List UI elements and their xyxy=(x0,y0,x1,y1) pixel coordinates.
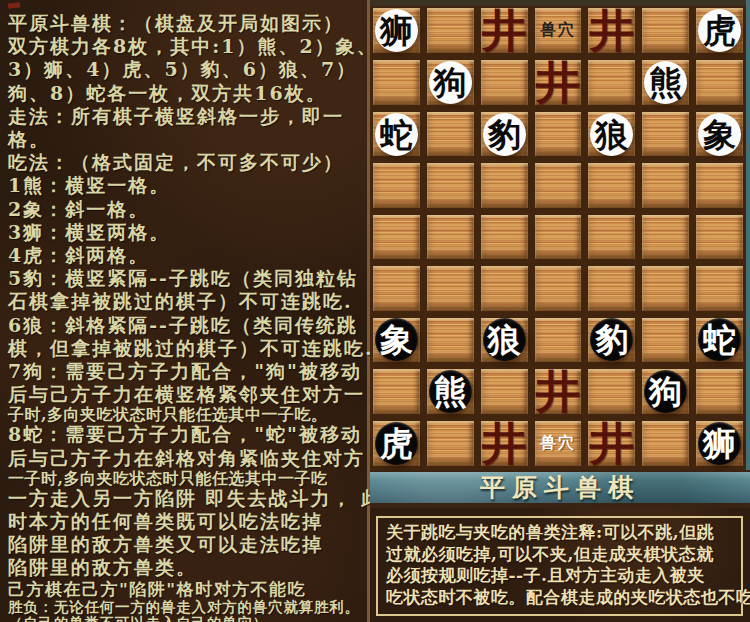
cell-r2c7[interactable] xyxy=(696,60,743,105)
cell-r2c5[interactable] xyxy=(588,60,635,105)
rules-line-27: 胜负：无论任何一方的兽走入对方的兽穴就算胜利。 xyxy=(8,599,365,615)
rules-line-12: 5豹：横竖紧隔--子跳吃（类同独粒钻 xyxy=(8,267,365,290)
rules-line-21: 一子时,多向夹吃状态时只能任选其中一子吃 xyxy=(8,470,365,487)
cell-r3c7[interactable]: 象 xyxy=(696,112,743,156)
cell-r1c3[interactable]: 井 xyxy=(481,8,528,53)
cell-r8c4[interactable]: 井 xyxy=(535,369,582,414)
rules-line-26: 己方棋在己方"陷阱"格时对方不能吃 xyxy=(8,580,365,600)
cell-r1c5[interactable]: 井 xyxy=(588,8,635,53)
piece-white-豹[interactable]: 豹 xyxy=(483,113,526,156)
rules-line-9: 2象：斜一格。 xyxy=(8,198,365,221)
board-title-band: 平原斗兽棋 xyxy=(370,470,750,508)
corner-mark xyxy=(8,2,21,9)
rules-line-11: 4虎：斜两格。 xyxy=(8,244,365,267)
cell-r7c5[interactable]: 豹 xyxy=(588,318,635,362)
piece-black-狗[interactable]: 狗 xyxy=(644,370,687,413)
note-line-3: 必须按规则吃掉--子.且对方主动走入被夹 xyxy=(386,565,733,587)
piece-black-蛇[interactable]: 蛇 xyxy=(698,318,741,361)
piece-white-狮[interactable]: 狮 xyxy=(375,9,418,52)
rules-line-25: 陷阱里的敌方兽类。 xyxy=(8,556,365,579)
rules-line-13: 石棋拿掉被跳过的棋子）不可连跳吃. xyxy=(8,290,365,313)
cell-r2c1[interactable] xyxy=(373,60,420,105)
cell-r3c2[interactable] xyxy=(427,112,474,156)
rules-line-14: 6狼：斜格紧隔--子跳吃（类同传统跳 xyxy=(8,314,365,337)
cell-r1c6[interactable] xyxy=(642,8,689,53)
cell-r8c3[interactable] xyxy=(481,369,528,414)
cell-r3c5[interactable]: 狼 xyxy=(588,112,635,156)
rules-line-5: 走法：所有棋子横竖斜格一步，即一 xyxy=(8,105,365,128)
cell-r9c7[interactable]: 狮 xyxy=(696,421,743,466)
note-panel: 关于跳吃与夹吃的兽类注释:可以不跳,但跳过就必须吃掉,可以不夹,但走成夹棋状态就… xyxy=(370,508,750,622)
rules-line-23: 时本方的任何兽类既可以吃法吃掉 xyxy=(8,510,365,533)
piece-black-狼[interactable]: 狼 xyxy=(483,318,526,361)
rules-line-3: 3）狮、4）虎、5）豹、6）狼、7） xyxy=(8,58,365,81)
cell-r4c1[interactable] xyxy=(373,163,420,207)
rules-line-24: 陷阱里的敌方兽类又可以走法吃掉 xyxy=(8,533,365,556)
den-top-label: 兽穴 xyxy=(540,20,576,41)
cell-r7c1[interactable]: 象 xyxy=(373,318,420,362)
cell-r7c2[interactable] xyxy=(427,318,474,362)
note-line-4: 吃状态时不被吃。配合棋走成的夹吃状态也不吃. xyxy=(386,587,733,609)
cell-r2c6[interactable]: 熊 xyxy=(642,60,689,105)
piece-black-熊[interactable]: 熊 xyxy=(429,370,472,413)
cell-r5c2[interactable] xyxy=(427,215,474,259)
piece-black-虎[interactable]: 虎 xyxy=(375,422,418,465)
note-box: 关于跳吃与夹吃的兽类注释:可以不跳,但跳过就必须吃掉,可以不夹,但走成夹棋状态就… xyxy=(376,516,743,616)
rules-line-6: 格。 xyxy=(8,128,365,151)
piece-white-狼[interactable]: 狼 xyxy=(590,113,633,156)
cell-r4c4[interactable] xyxy=(535,163,582,207)
piece-white-虎[interactable]: 虎 xyxy=(698,9,741,52)
cell-r5c1[interactable] xyxy=(373,215,420,259)
cell-r1c1[interactable]: 狮 xyxy=(373,8,420,53)
cell-r9c5[interactable]: 井 xyxy=(588,421,635,466)
cell-r5c5[interactable] xyxy=(588,215,635,259)
cell-r2c2[interactable]: 狗 xyxy=(427,60,474,105)
cell-r9c6[interactable] xyxy=(642,421,689,466)
cell-r3c1[interactable]: 蛇 xyxy=(373,112,420,156)
cell-r4c7[interactable] xyxy=(696,163,743,207)
rules-line-28: （自己的兽类不可以走入自己的兽穴）。 xyxy=(8,615,365,622)
trap-marker: 井 xyxy=(589,421,634,466)
rules-line-16: 7狗：需要己方子力配合，"狗"被移动 xyxy=(8,360,365,383)
rules-line-10: 3狮：横竖两格。 xyxy=(8,221,365,244)
cell-r6c1[interactable] xyxy=(373,266,420,310)
cell-r2c4[interactable]: 井 xyxy=(535,60,582,105)
rules-line-2: 双方棋力各8枚，其中:1）熊、2）象、 xyxy=(8,35,365,58)
cell-r9c4[interactable]: 兽穴 xyxy=(535,421,582,466)
cell-r6c4[interactable] xyxy=(535,266,582,310)
cell-r5c6[interactable] xyxy=(642,215,689,259)
cell-r4c2[interactable] xyxy=(427,163,474,207)
rules-line-4: 狗、8）蛇各一枚，双方共16枚。 xyxy=(8,82,365,105)
trap-marker: 井 xyxy=(589,8,634,53)
rules-line-1: 平原斗兽棋：（棋盘及开局如图示） xyxy=(8,12,365,35)
cell-r7c6[interactable] xyxy=(642,318,689,362)
note-line-2: 过就必须吃掉,可以不夹,但走成夹棋状态就 xyxy=(386,544,733,566)
board-title: 平原斗兽棋 xyxy=(480,471,640,504)
rules-line-19: 8蛇：需要己方子力配合，"蛇"被移动 xyxy=(8,423,365,446)
trap-marker: 井 xyxy=(482,421,527,466)
rules-line-18: 子时,多向夹吃状态时只能任选其中一子吃。 xyxy=(8,406,365,423)
piece-white-熊[interactable]: 熊 xyxy=(644,61,687,104)
cell-r6c7[interactable] xyxy=(696,266,743,310)
trap-marker: 井 xyxy=(535,369,580,414)
piece-white-象[interactable]: 象 xyxy=(698,113,741,156)
cell-r6c2[interactable] xyxy=(427,266,474,310)
cell-r5c7[interactable] xyxy=(696,215,743,259)
cell-r8c6[interactable]: 狗 xyxy=(642,369,689,414)
game-board: 狮井兽穴井虎狗井熊蛇豹狼象象狼豹蛇熊井狗虎井兽穴井狮 xyxy=(370,0,746,470)
trap-marker: 井 xyxy=(482,8,527,53)
cell-r3c4[interactable] xyxy=(535,112,582,156)
board-area: 狮井兽穴井虎狗井熊蛇豹狼象象狼豹蛇熊井狗虎井兽穴井狮 平原斗兽棋 关于跳吃与夹吃… xyxy=(370,0,750,622)
piece-black-狮[interactable]: 狮 xyxy=(698,422,741,465)
cell-r7c4[interactable] xyxy=(535,318,582,362)
cell-r5c3[interactable] xyxy=(481,215,528,259)
rules-panel: 平原斗兽棋：（棋盘及开局如图示）双方棋力各8枚，其中:1）熊、2）象、3）狮、4… xyxy=(0,0,370,622)
note-line-1: 关于跳吃与夹吃的兽类注释:可以不跳,但跳 xyxy=(386,522,733,544)
rules-line-8: 1熊：横竖一格。 xyxy=(8,174,365,197)
trap-marker: 井 xyxy=(535,60,580,105)
rules-line-22: 一方走入另一方陷阱 即失去战斗力， 此 xyxy=(8,487,365,510)
cell-r5c4[interactable] xyxy=(535,215,582,259)
cell-r8c7[interactable] xyxy=(696,369,743,414)
cell-r8c1[interactable] xyxy=(373,369,420,414)
cell-r6c5[interactable] xyxy=(588,266,635,310)
cell-r1c4[interactable]: 兽穴 xyxy=(535,8,582,53)
cell-r2c3[interactable] xyxy=(481,60,528,105)
cell-r9c1[interactable]: 虎 xyxy=(373,421,420,466)
piece-black-象[interactable]: 象 xyxy=(375,318,418,361)
piece-white-狗[interactable]: 狗 xyxy=(429,61,472,104)
cell-r4c3[interactable] xyxy=(481,163,528,207)
cell-r6c6[interactable] xyxy=(642,266,689,310)
cell-r6c3[interactable] xyxy=(481,266,528,310)
rules-line-15: 棋，但拿掉被跳过的棋子）不可连跳吃. xyxy=(8,337,365,360)
cell-r9c2[interactable] xyxy=(427,421,474,466)
cell-r3c6[interactable] xyxy=(642,112,689,156)
cell-r7c7[interactable]: 蛇 xyxy=(696,318,743,362)
cell-r7c3[interactable]: 狼 xyxy=(481,318,528,362)
cell-r1c7[interactable]: 虎 xyxy=(696,8,743,53)
piece-white-蛇[interactable]: 蛇 xyxy=(375,113,418,156)
cell-r9c3[interactable]: 井 xyxy=(481,421,528,466)
rules-line-7: 吃法：（格式固定，不可多不可少） xyxy=(8,151,365,174)
cell-r8c5[interactable] xyxy=(588,369,635,414)
piece-black-豹[interactable]: 豹 xyxy=(590,318,633,361)
cell-r8c2[interactable]: 熊 xyxy=(427,369,474,414)
cell-r4c5[interactable] xyxy=(588,163,635,207)
rules-line-17: 后与己方子力在横竖格紧邻夹住对方一 xyxy=(8,383,365,406)
cell-r4c6[interactable] xyxy=(642,163,689,207)
cell-r3c3[interactable]: 豹 xyxy=(481,112,528,156)
rules-line-20: 后与己方子力在斜格对角紧临夹住对方 xyxy=(8,447,365,470)
cell-r1c2[interactable] xyxy=(427,8,474,53)
den-bottom-label: 兽穴 xyxy=(540,433,576,454)
app-window: 平原斗兽棋：（棋盘及开局如图示）双方棋力各8枚，其中:1）熊、2）象、3）狮、4… xyxy=(0,0,750,622)
